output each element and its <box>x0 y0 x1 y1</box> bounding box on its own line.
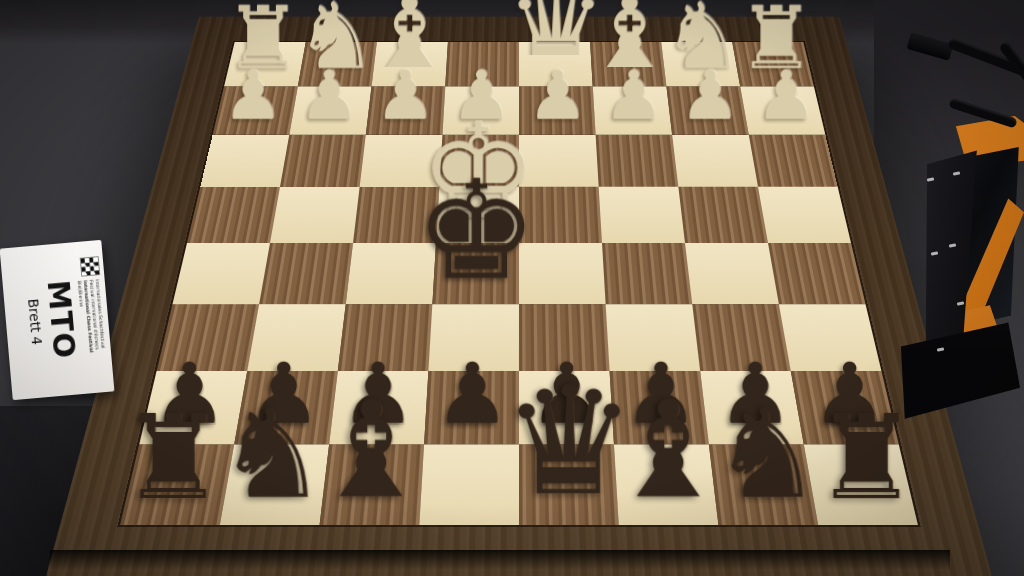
piece-white-pawn-h2[interactable]: ♟ <box>222 63 283 127</box>
chess-festival-logo-icon <box>81 257 99 275</box>
square-a4[interactable] <box>758 187 851 243</box>
square-c2[interactable]: ♟ <box>593 87 672 135</box>
square-c8[interactable]: ♝ <box>614 444 719 525</box>
square-b5[interactable] <box>685 243 779 304</box>
square-a3[interactable] <box>749 135 838 187</box>
square-c5[interactable] <box>602 243 692 304</box>
chess-board: ♜♞♝♛♝♞♜♟♟♟♟♟♟♟♟♚♚♟♟♟♟♟♟♟♟♜♞♝♛♝♞♜ <box>46 17 993 576</box>
square-h2[interactable]: ♟ <box>213 87 298 135</box>
piece-white-pawn-g2[interactable]: ♟ <box>298 63 359 127</box>
piece-white-pawn-b2[interactable]: ♟ <box>679 63 740 127</box>
piece-black-king-e5[interactable]: ♚ <box>415 165 538 295</box>
square-h8[interactable]: ♜ <box>120 444 234 525</box>
piece-black-rook-h8[interactable]: ♜ <box>120 402 225 513</box>
square-f8[interactable]: ♝ <box>320 444 425 525</box>
square-g2[interactable]: ♟ <box>289 87 371 135</box>
card-content: Internationales Schachfestival Festival … <box>3 243 111 397</box>
board-front-shadow <box>50 550 950 570</box>
square-c4[interactable] <box>599 187 685 243</box>
square-g4[interactable] <box>270 187 360 243</box>
square-e5[interactable]: ♚ <box>432 243 519 304</box>
board-number-card: Internationales Schachfestival Festival … <box>0 240 114 400</box>
square-a5[interactable] <box>768 243 866 304</box>
square-b3[interactable] <box>672 135 758 187</box>
square-g5[interactable] <box>259 243 353 304</box>
board-squares: ♜♞♝♛♝♞♜♟♟♟♟♟♟♟♟♚♚♟♟♟♟♟♟♟♟♜♞♝♛♝♞♜ <box>120 42 918 525</box>
square-b2[interactable]: ♟ <box>666 87 748 135</box>
square-a2[interactable]: ♟ <box>740 87 825 135</box>
square-h5[interactable] <box>172 243 270 304</box>
square-b4[interactable] <box>678 187 768 243</box>
square-c3[interactable] <box>596 135 679 187</box>
piece-black-pawn-e7[interactable]: ♟ <box>434 354 509 434</box>
tournament-title: MTO <box>43 279 80 360</box>
piece-white-pawn-a2[interactable]: ♟ <box>755 63 816 127</box>
square-d8[interactable]: ♛ <box>519 444 619 525</box>
piece-black-bishop-c8[interactable]: ♝ <box>608 386 728 513</box>
photo-scene: ♜♞♝♛♝♞♜♟♟♟♟♟♟♟♟♚♚♟♟♟♟♟♟♟♟♜♞♝♛♝♞♜ Interna… <box>0 0 1024 576</box>
piece-white-pawn-c2[interactable]: ♟ <box>603 63 664 127</box>
square-g3[interactable] <box>280 135 366 187</box>
chess-clock <box>893 116 1024 460</box>
square-h3[interactable] <box>200 135 289 187</box>
square-h4[interactable] <box>187 187 280 243</box>
piece-black-bishop-f8[interactable]: ♝ <box>311 386 431 513</box>
